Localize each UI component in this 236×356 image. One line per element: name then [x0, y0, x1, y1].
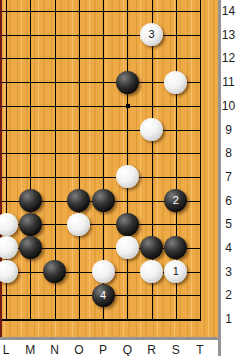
white-stone[interactable]: [140, 118, 163, 141]
white-stone[interactable]: 3: [140, 23, 163, 46]
column-label: L: [0, 343, 14, 356]
black-stone[interactable]: [43, 260, 66, 283]
row-label: 5: [221, 217, 236, 231]
black-stone[interactable]: [67, 189, 90, 212]
grid-line-horizontal: [0, 11, 201, 12]
black-stone[interactable]: 2: [164, 189, 187, 212]
move-number-label: 1: [173, 266, 179, 277]
black-stone[interactable]: [140, 236, 163, 259]
black-stone[interactable]: [19, 189, 42, 212]
move-number-label: 3: [148, 29, 154, 40]
column-label: O: [71, 343, 87, 356]
white-stone[interactable]: [67, 213, 90, 236]
row-label: 9: [221, 123, 236, 137]
star-point: [126, 104, 130, 108]
column-label: Q: [119, 343, 135, 356]
white-stone[interactable]: [116, 165, 139, 188]
row-label: 13: [221, 28, 236, 42]
go-board[interactable]: 3214: [0, 0, 218, 337]
black-stone[interactable]: [164, 236, 187, 259]
grid-line-horizontal: [0, 153, 201, 154]
grid-line-horizontal: [0, 177, 201, 178]
row-label: 2: [221, 288, 236, 302]
move-number-label: 2: [173, 195, 179, 206]
grid-line-horizontal: [0, 58, 201, 59]
black-stone[interactable]: [116, 213, 139, 236]
column-label: S: [168, 343, 184, 356]
row-coordinates: 1413121110987654321: [218, 0, 236, 356]
column-label: T: [192, 343, 208, 356]
row-label: 4: [221, 241, 236, 255]
column-label: N: [47, 343, 63, 356]
white-stone[interactable]: [140, 260, 163, 283]
grid-line-horizontal: [0, 35, 201, 36]
black-stone[interactable]: [19, 236, 42, 259]
black-stone[interactable]: [116, 71, 139, 94]
row-label: 14: [221, 4, 236, 18]
black-stone[interactable]: 4: [92, 284, 115, 307]
row-label: 8: [221, 146, 236, 160]
move-number-label: 4: [100, 290, 106, 301]
white-stone[interactable]: [92, 260, 115, 283]
white-stone[interactable]: [0, 260, 18, 283]
black-stone[interactable]: [92, 189, 115, 212]
column-coordinates: LMNOPQRST: [0, 337, 236, 356]
grid-line-horizontal: [0, 130, 201, 131]
white-stone[interactable]: 1: [164, 260, 187, 283]
row-label: 11: [221, 75, 236, 89]
grid-line-horizontal: [0, 106, 201, 107]
white-stone[interactable]: [164, 71, 187, 94]
column-label: R: [144, 343, 160, 356]
row-label: 1: [221, 312, 236, 326]
go-diagram: 3214 1413121110987654321 LMNOPQRST: [0, 0, 236, 356]
row-label: 6: [221, 194, 236, 208]
white-stone[interactable]: [0, 213, 18, 236]
white-stone[interactable]: [116, 236, 139, 259]
column-label: P: [95, 343, 111, 356]
row-label: 3: [221, 265, 236, 279]
row-label: 10: [221, 99, 236, 113]
grid-line-horizontal: [0, 319, 201, 321]
row-label: 12: [221, 51, 236, 65]
black-stone[interactable]: [19, 213, 42, 236]
board-left-edge: [0, 0, 2, 337]
white-stone[interactable]: [0, 236, 18, 259]
column-label: M: [22, 343, 38, 356]
row-label: 7: [221, 170, 236, 184]
